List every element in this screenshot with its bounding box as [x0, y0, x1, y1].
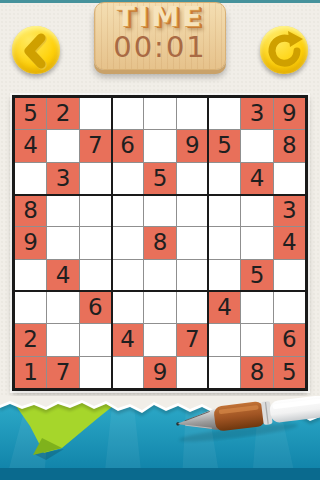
- cell-r1c1[interactable]: 5: [15, 98, 46, 129]
- cell-r8c6[interactable]: 7: [177, 324, 208, 355]
- cell-r5c9[interactable]: 4: [274, 227, 305, 258]
- cell-r9c7[interactable]: [209, 357, 240, 388]
- cell-r4c2[interactable]: [47, 195, 78, 226]
- cell-r7c2[interactable]: [47, 292, 78, 323]
- cell-r4c3[interactable]: [80, 195, 111, 226]
- cell-r1c4[interactable]: [112, 98, 143, 129]
- cell-r5c1[interactable]: 9: [15, 227, 46, 258]
- cell-r7c4[interactable]: [112, 292, 143, 323]
- sudoku-cells: 5239476958354839844564247617985: [15, 98, 305, 388]
- cell-r7c8[interactable]: [241, 292, 272, 323]
- cell-r2c3[interactable]: 7: [80, 130, 111, 161]
- cell-r2c7[interactable]: 5: [209, 130, 240, 161]
- cell-r5c7[interactable]: [209, 227, 240, 258]
- sea-background: [0, 396, 320, 480]
- cell-r6c2[interactable]: 4: [47, 260, 78, 291]
- cell-r8c8[interactable]: [241, 324, 272, 355]
- cell-r3c4[interactable]: [112, 163, 143, 194]
- cell-r9c8[interactable]: 8: [241, 357, 272, 388]
- cell-r1c8[interactable]: 3: [241, 98, 272, 129]
- cell-r5c3[interactable]: [80, 227, 111, 258]
- cell-r4c6[interactable]: [177, 195, 208, 226]
- cell-r6c8[interactable]: 5: [241, 260, 272, 291]
- cell-r3c2[interactable]: 3: [47, 163, 78, 194]
- box-divider-vertical-1: [111, 98, 113, 388]
- cell-r3c9[interactable]: [274, 163, 305, 194]
- cell-r9c1[interactable]: 1: [15, 357, 46, 388]
- cell-r2c2[interactable]: [47, 130, 78, 161]
- cell-r1c3[interactable]: [80, 98, 111, 129]
- cell-r8c1[interactable]: 2: [15, 324, 46, 355]
- cell-r4c8[interactable]: [241, 195, 272, 226]
- cell-r1c7[interactable]: [209, 98, 240, 129]
- cell-r8c4[interactable]: 4: [112, 324, 143, 355]
- cell-r8c2[interactable]: [47, 324, 78, 355]
- box-divider-horizontal-2: [15, 290, 305, 292]
- cell-r8c3[interactable]: [80, 324, 111, 355]
- footer-decoration: [0, 396, 320, 480]
- cell-r5c4[interactable]: [112, 227, 143, 258]
- box-divider-horizontal-1: [15, 194, 305, 196]
- cell-r3c8[interactable]: 4: [241, 163, 272, 194]
- cell-r3c3[interactable]: [80, 163, 111, 194]
- cell-r6c3[interactable]: [80, 260, 111, 291]
- cell-r2c9[interactable]: 8: [274, 130, 305, 161]
- sea-dark-band: [0, 468, 320, 480]
- cell-r9c5[interactable]: 9: [144, 357, 175, 388]
- cell-r8c5[interactable]: [144, 324, 175, 355]
- cell-r2c4[interactable]: 6: [112, 130, 143, 161]
- cell-r4c1[interactable]: 8: [15, 195, 46, 226]
- cell-r3c6[interactable]: [177, 163, 208, 194]
- cell-r9c2[interactable]: 7: [47, 357, 78, 388]
- cell-r7c5[interactable]: [144, 292, 175, 323]
- cell-r5c8[interactable]: [241, 227, 272, 258]
- sudoku-board: 5239476958354839844564247617985: [12, 95, 308, 391]
- cell-r3c5[interactable]: 5: [144, 163, 175, 194]
- sudoku-app-screen: TIME 00:01 52394769583548398445642476179…: [0, 0, 320, 480]
- cell-r4c5[interactable]: [144, 195, 175, 226]
- cell-r8c9[interactable]: 6: [274, 324, 305, 355]
- cell-r9c6[interactable]: [177, 357, 208, 388]
- cell-r5c2[interactable]: [47, 227, 78, 258]
- cell-r6c1[interactable]: [15, 260, 46, 291]
- cell-r5c5[interactable]: 8: [144, 227, 175, 258]
- timer-value: 00:01: [0, 33, 320, 62]
- cell-r7c3[interactable]: 6: [80, 292, 111, 323]
- cell-r2c6[interactable]: 9: [177, 130, 208, 161]
- cell-r9c9[interactable]: 5: [274, 357, 305, 388]
- cell-r7c6[interactable]: [177, 292, 208, 323]
- box-divider-vertical-2: [207, 98, 209, 388]
- cell-r6c4[interactable]: [112, 260, 143, 291]
- cell-r9c4[interactable]: [112, 357, 143, 388]
- cell-r9c3[interactable]: [80, 357, 111, 388]
- cell-r5c6[interactable]: [177, 227, 208, 258]
- cell-r6c6[interactable]: [177, 260, 208, 291]
- cell-r6c7[interactable]: [209, 260, 240, 291]
- cell-r3c7[interactable]: [209, 163, 240, 194]
- cell-r1c9[interactable]: 9: [274, 98, 305, 129]
- cell-r3c1[interactable]: [15, 163, 46, 194]
- cell-r6c5[interactable]: [144, 260, 175, 291]
- cell-r1c6[interactable]: [177, 98, 208, 129]
- cell-r8c7[interactable]: [209, 324, 240, 355]
- time-title: TIME: [60, 4, 260, 31]
- cell-r2c8[interactable]: [241, 130, 272, 161]
- cell-r7c7[interactable]: 4: [209, 292, 240, 323]
- cell-r1c5[interactable]: [144, 98, 175, 129]
- cell-r2c1[interactable]: 4: [15, 130, 46, 161]
- cell-r7c9[interactable]: [274, 292, 305, 323]
- cell-r4c9[interactable]: 3: [274, 195, 305, 226]
- cell-r4c4[interactable]: [112, 195, 143, 226]
- cell-r7c1[interactable]: [15, 292, 46, 323]
- cell-r1c2[interactable]: 2: [47, 98, 78, 129]
- cell-r4c7[interactable]: [209, 195, 240, 226]
- cell-r2c5[interactable]: [144, 130, 175, 161]
- cell-r6c9[interactable]: [274, 260, 305, 291]
